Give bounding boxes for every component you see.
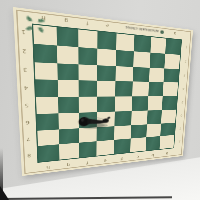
rank-label: 8 [22, 147, 36, 164]
board-cell[interactable] [114, 125, 131, 140]
rank-label: 8 [175, 135, 184, 148]
rank-label: 4 [179, 82, 188, 96]
board-cell[interactable] [59, 143, 79, 160]
file-label: d [114, 155, 131, 164]
board-cell[interactable] [37, 129, 58, 146]
board-cell[interactable] [132, 82, 149, 97]
playing-area [32, 24, 182, 163]
board-cell[interactable] [148, 82, 164, 96]
board-cell[interactable] [97, 81, 115, 97]
board-cell[interactable] [114, 139, 131, 154]
board-cell[interactable] [97, 48, 116, 65]
rank-label: 5 [19, 97, 34, 115]
file-label: a [167, 29, 182, 38]
board-cell[interactable] [115, 81, 132, 96]
rank-label: 1 [182, 40, 192, 55]
board-cell[interactable] [78, 47, 98, 65]
board-cell[interactable] [164, 68, 179, 83]
board-cell[interactable] [165, 39, 181, 55]
fallen-black-knight[interactable] [77, 112, 112, 131]
rank-label: 7 [21, 131, 36, 148]
board-cell[interactable] [56, 27, 78, 47]
board-cell[interactable] [58, 128, 78, 145]
board-cell[interactable] [35, 62, 58, 80]
board-cell[interactable] [78, 29, 98, 48]
rank-label: 4 [18, 79, 33, 97]
board-cell[interactable] [147, 96, 163, 110]
rank-label: 7 [176, 122, 185, 135]
file-label: a [160, 150, 174, 158]
board-cell[interactable] [116, 33, 134, 51]
board-cell[interactable] [133, 51, 150, 67]
board-cell[interactable] [133, 67, 150, 82]
board-cell[interactable] [116, 50, 134, 67]
chessboard: hh11gg22ff33ee44dd55cc66bb77aa88 wholesa… [13, 7, 193, 176]
board-cell[interactable] [115, 96, 132, 111]
board-cell[interactable] [114, 111, 131, 126]
file-label: g [55, 15, 77, 27]
board-cell[interactable] [97, 97, 115, 112]
photo-background: hh11gg22ff33ee44dd55cc66bb77aa88 wholesa… [0, 0, 200, 200]
board-cell[interactable] [98, 31, 117, 49]
board-cell[interactable] [115, 66, 133, 82]
board-cell[interactable] [57, 63, 78, 81]
file-label: e [96, 157, 113, 166]
board-cell[interactable] [134, 35, 151, 52]
board-cell[interactable] [130, 124, 146, 139]
board-cell[interactable] [130, 137, 146, 152]
board-cell[interactable] [35, 80, 57, 97]
board-cell[interactable] [57, 45, 78, 64]
file-label: g [58, 161, 78, 171]
board-cell[interactable] [131, 96, 147, 111]
emblem-knight-glyph: ♞ [34, 25, 45, 33]
file-label: e [98, 20, 117, 31]
emblem-knight-glyph: ♞ [34, 16, 45, 26]
brand-logo-icon [160, 30, 164, 34]
board-cell[interactable] [34, 44, 57, 63]
board-cell[interactable] [145, 136, 160, 150]
board-cell[interactable] [131, 110, 147, 125]
rank-label: 6 [177, 109, 186, 122]
board-cell[interactable] [165, 54, 180, 69]
emblem-knight-glyph: ♞ [24, 15, 36, 24]
board-cell[interactable] [58, 113, 78, 130]
file-label: b [145, 152, 160, 160]
file-label: h [38, 163, 59, 173]
board-cell[interactable] [97, 140, 114, 156]
board-cell[interactable] [37, 113, 59, 130]
rank-label: 5 [178, 96, 187, 109]
rank-label: 2 [181, 54, 191, 69]
brand-text: wholesale chess [125, 26, 159, 34]
emblem-knight-glyph: ♞ [24, 24, 35, 32]
file-label: f [77, 18, 98, 29]
board-cell[interactable] [149, 52, 165, 68]
board-cell[interactable] [149, 67, 165, 82]
board-cell[interactable] [58, 97, 78, 113]
board-cell[interactable] [78, 97, 97, 113]
file-label: c [130, 153, 146, 161]
board-cell[interactable] [36, 97, 58, 114]
board-cell[interactable] [57, 80, 78, 97]
rank-label: 3 [17, 60, 33, 79]
board-cell[interactable] [78, 81, 97, 97]
board-cell[interactable] [163, 82, 178, 96]
board-cell[interactable] [147, 110, 163, 124]
board-cell[interactable] [78, 141, 96, 157]
rank-label: 3 [180, 68, 190, 82]
rank-label: 2 [16, 41, 32, 61]
board-cell[interactable] [78, 64, 98, 81]
board-cell[interactable] [162, 96, 177, 110]
board-cell[interactable] [97, 65, 115, 81]
board-cell[interactable] [150, 37, 166, 54]
board-cell[interactable] [161, 109, 176, 123]
board-cell[interactable] [38, 145, 59, 162]
board-cell[interactable] [160, 135, 175, 149]
four-knights-emblem-icon: ♞ ♞ ♞ ♞ [25, 15, 46, 33]
file-label: f [78, 159, 96, 168]
rank-label: 6 [20, 114, 35, 132]
